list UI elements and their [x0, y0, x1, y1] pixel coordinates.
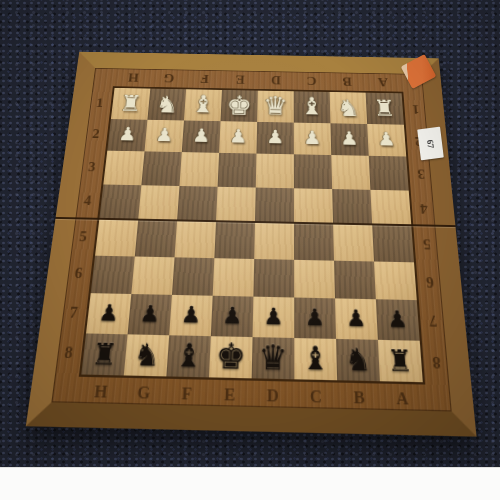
square-c8[interactable]: ♝ [294, 337, 337, 380]
piece-black-pawn[interactable]: ♟ [305, 306, 325, 329]
square-d6[interactable] [253, 258, 294, 297]
rank-right-label-4: 4 [413, 190, 436, 225]
square-d2[interactable]: ♟ [256, 121, 293, 154]
file-top-label-B: B [329, 73, 365, 90]
rank-left-label-1: 1 [89, 87, 111, 118]
square-h1[interactable]: ♜ [111, 88, 150, 119]
square-d3[interactable] [256, 154, 294, 188]
photo-white-margin [0, 467, 500, 500]
piece-black-bishop[interactable]: ♝ [302, 342, 330, 375]
rank-left-label-7: 7 [61, 293, 87, 333]
piece-black-knight[interactable]: ♞ [344, 344, 371, 376]
square-h7[interactable]: ♟ [86, 293, 131, 334]
piece-white-bishop[interactable]: ♝ [191, 93, 216, 117]
square-f6[interactable] [172, 257, 214, 296]
square-e5[interactable] [214, 221, 255, 258]
square-b6[interactable] [334, 260, 376, 299]
square-f3[interactable] [179, 152, 219, 186]
piece-black-knight[interactable]: ♞ [132, 339, 161, 370]
rank-left-label-5: 5 [71, 218, 96, 255]
square-g2[interactable]: ♟ [145, 119, 184, 152]
square-b5[interactable] [333, 224, 374, 261]
square-h4[interactable] [99, 184, 141, 220]
rank-right-label-6: 6 [418, 262, 442, 301]
piece-white-knight[interactable]: ♞ [337, 96, 360, 119]
rank-left-label-4: 4 [75, 184, 99, 219]
file-top-label-G: G [151, 70, 188, 87]
rank-right-label-3: 3 [410, 157, 432, 191]
square-e7[interactable]: ♟ [211, 296, 254, 337]
piece-black-pawn[interactable]: ♟ [98, 302, 120, 325]
square-f5[interactable] [175, 220, 216, 257]
square-h2[interactable]: ♟ [107, 119, 147, 152]
piece-white-pawn[interactable]: ♟ [155, 126, 174, 145]
square-f1[interactable]: ♝ [184, 89, 222, 120]
piece-black-rook[interactable]: ♜ [90, 339, 118, 369]
square-g8[interactable]: ♞ [124, 334, 169, 377]
square-c4[interactable] [294, 188, 333, 224]
square-c2[interactable]: ♟ [294, 122, 331, 155]
square-c1[interactable]: ♝ [294, 91, 331, 123]
piece-white-king[interactable]: ♚ [226, 92, 253, 119]
chess-board: HGFEDCBA HGFEDCBA 12345678 12345678 ♜♞♝♚… [26, 52, 477, 437]
square-a3[interactable] [369, 156, 409, 190]
square-d5[interactable] [254, 222, 294, 259]
file-bottom-label-H: H [78, 379, 123, 404]
square-g4[interactable] [138, 185, 179, 221]
file-top-label-C: C [294, 72, 330, 89]
price-label-sticker: 67 [417, 127, 444, 161]
square-e2[interactable]: ♟ [219, 121, 257, 154]
square-c6[interactable] [294, 259, 335, 298]
file-bottom-label-C: C [294, 384, 337, 409]
file-bottom-label-D: D [251, 383, 294, 408]
piece-black-pawn[interactable]: ♟ [181, 303, 202, 326]
rank-right-label-1: 1 [405, 93, 426, 124]
square-e6[interactable] [213, 258, 255, 297]
file-top-label-F: F [186, 70, 223, 87]
square-d7[interactable]: ♟ [253, 297, 295, 338]
square-f4[interactable] [177, 186, 218, 222]
square-f7[interactable]: ♟ [169, 295, 212, 336]
square-c3[interactable] [294, 154, 332, 188]
square-a1[interactable]: ♜ [366, 93, 404, 125]
square-g1[interactable]: ♞ [147, 89, 186, 120]
rank-left-label-8: 8 [55, 332, 82, 374]
square-e1[interactable]: ♚ [221, 90, 258, 122]
square-a6[interactable] [374, 261, 417, 300]
square-b1[interactable]: ♞ [330, 92, 367, 124]
square-c7[interactable]: ♟ [294, 297, 336, 338]
piece-black-pawn[interactable]: ♟ [387, 308, 408, 331]
square-b8[interactable]: ♞ [336, 338, 380, 381]
piece-white-pawn[interactable]: ♟ [192, 127, 211, 146]
square-d1[interactable]: ♛ [257, 91, 294, 123]
piece-black-rook[interactable]: ♜ [387, 345, 414, 375]
square-a4[interactable] [370, 189, 411, 225]
piece-white-pawn[interactable]: ♟ [303, 129, 321, 148]
rank-left-label-2: 2 [84, 118, 107, 150]
square-h6[interactable] [91, 255, 135, 294]
square-e3[interactable] [218, 153, 257, 187]
square-c5[interactable] [294, 223, 334, 260]
square-g7[interactable]: ♟ [128, 294, 172, 335]
rank-right-label-7: 7 [421, 300, 446, 341]
file-top-label-D: D [258, 72, 294, 89]
piece-white-pawn[interactable]: ♟ [118, 126, 138, 145]
square-b4[interactable] [332, 189, 372, 225]
piece-white-rook[interactable]: ♜ [373, 97, 396, 119]
square-h3[interactable] [103, 151, 144, 185]
square-b7[interactable]: ♟ [335, 298, 378, 339]
square-e4[interactable] [216, 186, 256, 222]
rank-left-label-6: 6 [66, 255, 91, 293]
photo-scene: HGFEDCBA HGFEDCBA 12345678 12345678 ♜♞♝♚… [0, 0, 500, 500]
square-g5[interactable] [135, 220, 177, 257]
piece-black-king[interactable]: ♚ [215, 339, 246, 375]
piece-white-bishop[interactable]: ♝ [300, 95, 324, 119]
piece-white-pawn[interactable]: ♟ [266, 128, 284, 147]
piece-white-pawn[interactable]: ♟ [229, 128, 247, 147]
file-bottom-label-E: E [208, 382, 252, 407]
piece-black-queen[interactable]: ♛ [258, 340, 287, 375]
piece-black-pawn[interactable]: ♟ [346, 307, 367, 330]
piece-black-bishop[interactable]: ♝ [174, 340, 203, 373]
piece-white-rook[interactable]: ♜ [119, 92, 143, 114]
piece-white-knight[interactable]: ♞ [155, 93, 179, 116]
file-bottom-label-F: F [164, 381, 208, 406]
file-bottom-label-B: B [337, 385, 381, 410]
square-a7[interactable]: ♟ [376, 299, 420, 340]
rank-left-label-3: 3 [80, 150, 103, 184]
file-bottom-label-G: G [121, 380, 166, 405]
square-h8[interactable]: ♜ [81, 333, 127, 376]
board-inlay-frame: ♜♞♝♚♛♝♞♜♟♟♟♟♟♟♟♟♟♟♟♟♟♟♟♟♜♞♝♚♛♝♞♜ [79, 86, 425, 384]
price-label-text: 67 [425, 138, 436, 148]
square-a2[interactable]: ♟ [367, 124, 406, 157]
piece-white-pawn[interactable]: ♟ [377, 130, 396, 149]
board-squares-grid: ♜♞♝♚♛♝♞♜♟♟♟♟♟♟♟♟♟♟♟♟♟♟♟♟♜♞♝♚♛♝♞♜ [81, 88, 423, 382]
file-top-label-H: H [115, 69, 152, 86]
piece-black-pawn[interactable]: ♟ [139, 303, 161, 326]
square-d8[interactable]: ♛ [252, 337, 295, 380]
square-g3[interactable] [141, 151, 181, 185]
square-g6[interactable] [131, 256, 174, 295]
square-a5[interactable] [372, 224, 414, 261]
piece-white-pawn[interactable]: ♟ [340, 130, 359, 149]
square-f2[interactable]: ♟ [182, 120, 221, 153]
file-bottom-label-A: A [380, 386, 425, 411]
file-labels-bottom: HGFEDCBA [78, 379, 425, 411]
square-d4[interactable] [255, 187, 294, 223]
piece-white-queen[interactable]: ♛ [263, 93, 288, 119]
rank-right-label-8: 8 [424, 340, 449, 382]
file-top-label-E: E [222, 71, 258, 88]
piece-black-pawn[interactable]: ♟ [222, 304, 243, 327]
square-b2[interactable]: ♟ [330, 123, 368, 156]
square-h5[interactable] [95, 219, 138, 256]
square-f8[interactable]: ♝ [166, 335, 211, 378]
square-a8[interactable]: ♜ [378, 339, 423, 382]
rank-right-label-5: 5 [415, 225, 438, 262]
square-b3[interactable] [331, 155, 370, 189]
square-e8[interactable]: ♚ [209, 336, 253, 379]
piece-black-pawn[interactable]: ♟ [263, 305, 283, 328]
file-top-label-A: A [365, 74, 402, 91]
